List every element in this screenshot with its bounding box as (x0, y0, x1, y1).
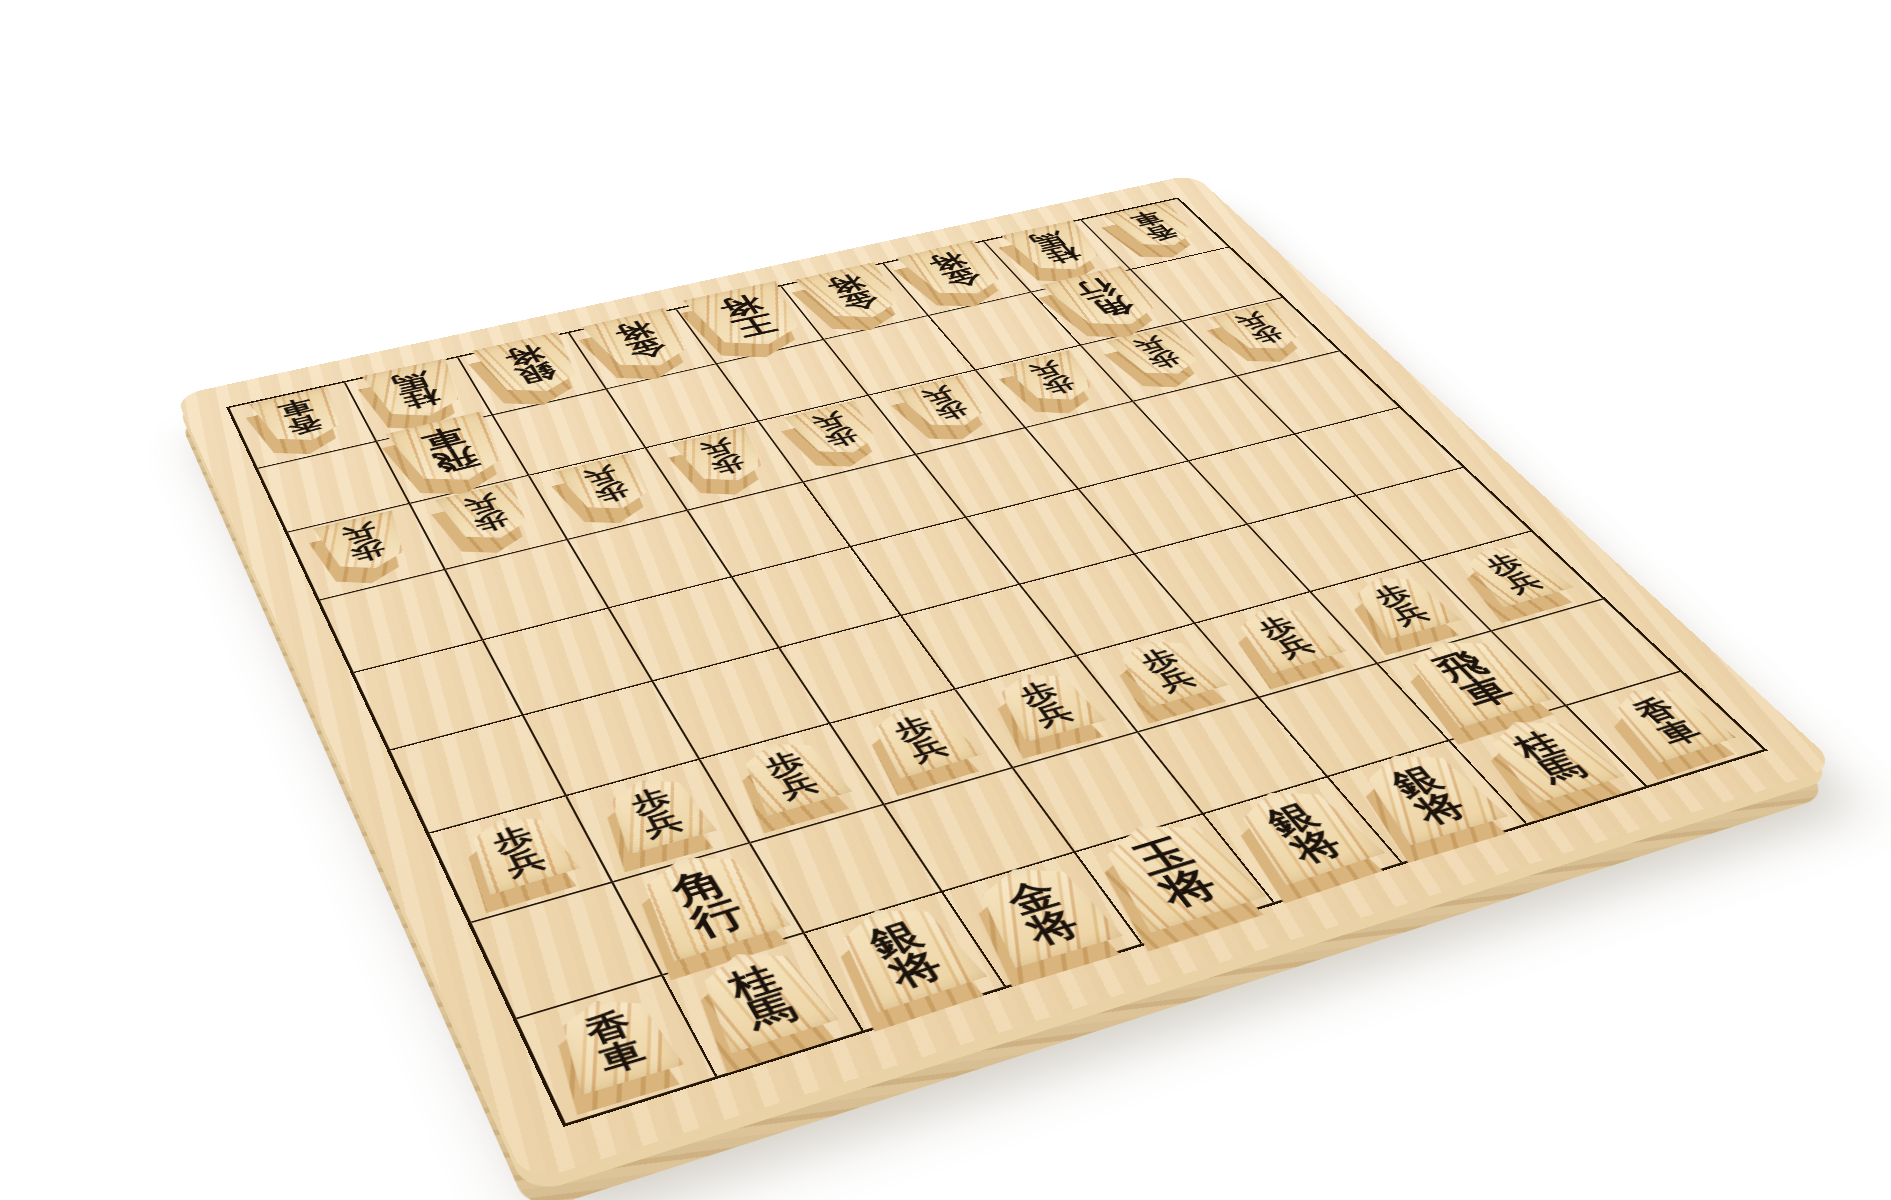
piece-kanji: 桂馬 (1507, 728, 1591, 788)
shogi-scene: 香車桂馬銀将金将王将金将金将桂馬香車飛車角行歩兵歩兵歩兵歩兵歩兵歩兵歩兵歩兵歩兵… (0, 0, 1891, 1200)
piece-kanji: 歩兵 (808, 410, 863, 449)
piece-pawn-gote-9c[interactable]: 歩兵 (314, 517, 417, 585)
piece-kanji: 金将 (924, 250, 987, 290)
piece-kanji: 桂馬 (390, 369, 444, 412)
piece-lance-gote-1a[interactable]: 香車 (1103, 208, 1206, 260)
piece-pawn-gote-4c[interactable]: 歩兵 (894, 382, 1000, 442)
piece-kanji: 歩兵 (1369, 582, 1435, 628)
piece-kanji: 香車 (275, 396, 326, 436)
piece-kanji: 飛車 (1428, 647, 1519, 710)
piece-kanji: 銀将 (1260, 799, 1349, 867)
piece-lance-sente-9i[interactable]: 香車 (546, 995, 684, 1103)
piece-kanji: 角行 (666, 864, 752, 941)
piece-kanji: 銀将 (500, 343, 560, 387)
piece-pawn-sente-3g[interactable]: 歩兵 (1224, 606, 1347, 681)
piece-pawn-gote-2c[interactable]: 歩兵 (1105, 333, 1210, 389)
piece-pawn-sente-4g[interactable]: 歩兵 (1106, 639, 1229, 716)
piece-kanji: 歩兵 (1481, 552, 1548, 597)
piece-kanji: 金将 (822, 272, 884, 313)
piece-knight-sente-8i[interactable]: 桂馬 (686, 946, 839, 1061)
piece-kanji: 歩兵 (917, 384, 973, 422)
piece-kanji: 金将 (1000, 876, 1085, 949)
piece-kanji: 歩兵 (889, 714, 954, 766)
piece-kanji: 歩兵 (460, 492, 512, 534)
piece-kanji: 飛車 (417, 424, 483, 475)
piece-kanji: 桂馬 (1026, 229, 1085, 266)
piece-kanji: 歩兵 (627, 786, 688, 841)
piece-kanji: 玉将 (1127, 833, 1225, 912)
piece-kanji: 香車 (1628, 695, 1706, 748)
piece-kanji: 歩兵 (696, 437, 749, 477)
piece-kanji: 香車 (581, 1007, 651, 1076)
piece-kanji: 歩兵 (1231, 311, 1288, 346)
piece-kanji: 歩兵 (579, 464, 633, 505)
piece-kanji: 歩兵 (1254, 614, 1321, 661)
piece-top-face: 歩兵 (985, 664, 1107, 742)
piece-top-face: 歩兵 (1340, 568, 1462, 640)
piece-pawn-sente-8g[interactable]: 歩兵 (597, 777, 718, 863)
piece-kanji: 香車 (1126, 209, 1181, 242)
piece-kanji: 金将 (610, 319, 672, 362)
piece-pawn-gote-3c[interactable]: 歩兵 (1001, 357, 1105, 415)
piece-pawn-gote-6c[interactable]: 歩兵 (672, 434, 776, 496)
shogi-board: 香車桂馬銀将金将王将金将金将桂馬香車飛車角行歩兵歩兵歩兵歩兵歩兵歩兵歩兵歩兵歩兵… (176, 174, 1839, 1183)
piece-pawn-gote-5c[interactable]: 歩兵 (784, 407, 889, 468)
piece-pawn-gote-1c[interactable]: 歩兵 (1208, 309, 1314, 364)
piece-kanji: 歩兵 (1129, 335, 1185, 371)
piece-lance-gote-9a[interactable]: 香車 (250, 393, 353, 456)
piece-kanji: 歩兵 (339, 521, 389, 564)
piece-top-face: 歩兵 (1106, 631, 1229, 707)
piece-kanji: 歩兵 (1136, 646, 1202, 695)
piece-pawn-sente-2g[interactable]: 歩兵 (1339, 576, 1461, 648)
piece-kanji: 王将 (714, 293, 782, 340)
piece-pawn-sente-9g[interactable]: 歩兵 (458, 813, 581, 903)
piece-pawn-sente-6g[interactable]: 歩兵 (859, 705, 982, 787)
piece-kanji: 歩兵 (1025, 359, 1080, 396)
piece-kanji: 銀将 (862, 917, 948, 992)
piece-kanji: 角行 (1070, 277, 1141, 321)
piece-kanji: 銀将 (1385, 762, 1473, 828)
piece-pawn-sente-1g[interactable]: 歩兵 (1451, 545, 1573, 615)
piece-pawn-sente-7g[interactable]: 歩兵 (730, 740, 853, 824)
piece-pawn-gote-7c[interactable]: 歩兵 (555, 461, 661, 526)
piece-kanji: 歩兵 (760, 749, 823, 802)
piece-kanji: 歩兵 (489, 823, 551, 880)
piece-pawn-gote-8c[interactable]: 歩兵 (436, 488, 541, 554)
piece-kanji: 桂馬 (723, 961, 802, 1034)
piece-kanji: 歩兵 (1015, 679, 1079, 729)
cell-1e[interactable] (1296, 408, 1464, 496)
board-grid: 香車桂馬銀将金将王将金将金将桂馬香車飛車角行歩兵歩兵歩兵歩兵歩兵歩兵歩兵歩兵歩兵… (226, 197, 1767, 1127)
piece-pawn-sente-5g[interactable]: 歩兵 (985, 672, 1107, 750)
